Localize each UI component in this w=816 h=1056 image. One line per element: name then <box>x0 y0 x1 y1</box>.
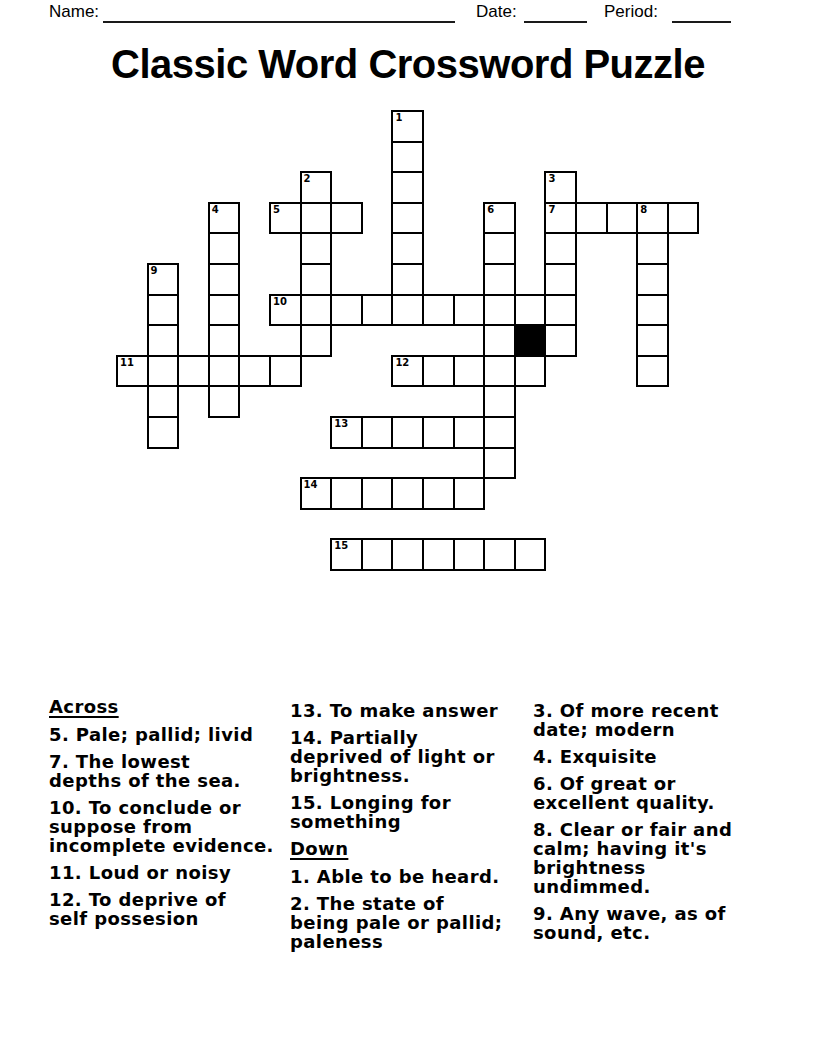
grid-cell-r4c3[interactable] <box>208 232 241 265</box>
grid-cell-r3c14[interactable]: 7 <box>544 202 577 235</box>
grid-cell-r8c13[interactable] <box>514 355 547 388</box>
period-label: Period: <box>604 2 658 22</box>
grid-cell-r14c8[interactable] <box>361 538 394 571</box>
grid-cell-r12c7[interactable] <box>330 477 363 510</box>
clue-number: 2. <box>290 893 310 914</box>
grid-cell-r6c11[interactable] <box>453 294 486 327</box>
grid-cell-r8c2[interactable] <box>177 355 210 388</box>
grid-cell-r8c10[interactable] <box>422 355 455 388</box>
down-clue-8: 8. Clear or fair and calm; having it's b… <box>533 820 770 896</box>
grid-cell-r7c17[interactable] <box>636 324 669 357</box>
grid-cell-r3c17[interactable]: 8 <box>636 202 669 235</box>
grid-cell-r6c17[interactable] <box>636 294 669 327</box>
grid-cell-r7c6[interactable] <box>300 324 333 357</box>
across-clue-10: 10. To conclude or suppose from incomple… <box>49 798 286 855</box>
grid-cell-r6c8[interactable] <box>361 294 394 327</box>
grid-cell-r6c7[interactable] <box>330 294 363 327</box>
down-clue-6: 6. Of great or excellent quality. <box>533 774 770 812</box>
grid-cell-r4c12[interactable] <box>483 232 516 265</box>
cell-number-1: 1 <box>395 112 402 124</box>
grid-cell-r10c11[interactable] <box>453 416 486 449</box>
clue-number: 15. <box>290 792 323 813</box>
cell-number-8: 8 <box>640 204 647 216</box>
grid-cell-r8c4[interactable] <box>238 355 271 388</box>
grid-cell-r3c7[interactable] <box>330 202 363 235</box>
grid-cell-r9c12[interactable] <box>483 385 516 418</box>
grid-cell-r5c14[interactable] <box>544 263 577 296</box>
grid-cell-r10c12[interactable] <box>483 416 516 449</box>
grid-cell-r3c5[interactable]: 5 <box>269 202 302 235</box>
grid-cell-r10c7[interactable]: 13 <box>330 416 363 449</box>
grid-cell-r3c12[interactable]: 6 <box>483 202 516 235</box>
grid-cell-r10c10[interactable] <box>422 416 455 449</box>
down-clue-2: 2. The state of being pale or pallid; pa… <box>290 894 527 951</box>
clue-text: Pale; pallid; livid <box>76 724 253 745</box>
grid-cell-r3c9[interactable] <box>391 202 424 235</box>
cell-number-11: 11 <box>120 357 134 369</box>
clue-number: 4. <box>533 746 553 767</box>
grid-cell-r14c12[interactable] <box>483 538 516 571</box>
clue-number: 7. <box>49 751 69 772</box>
cell-number-5: 5 <box>273 204 280 216</box>
clue-text: The state of being pale or pallid; palen… <box>290 893 502 952</box>
down-clue-1: 1. Able to be heard. <box>290 867 527 886</box>
grid-cell-r5c1[interactable]: 9 <box>147 263 180 296</box>
down-clue-3: 3. Of more recent date; modern <box>533 701 770 739</box>
grid-cell-r6c1[interactable] <box>147 294 180 327</box>
grid-cell-r9c3[interactable] <box>208 385 241 418</box>
grid-cell-r12c9[interactable] <box>391 477 424 510</box>
grid-cell-r14c11[interactable] <box>453 538 486 571</box>
grid-cell-r3c15[interactable] <box>575 202 608 235</box>
clue-number: 9. <box>533 903 553 924</box>
date-label: Date: <box>476 2 517 22</box>
across-clue-13: 13. To make answer <box>290 701 527 720</box>
grid-cell-r4c17[interactable] <box>636 232 669 265</box>
grid-cell-r7c1[interactable] <box>147 324 180 357</box>
cell-number-12: 12 <box>395 357 409 369</box>
crossword-grid: 123456789101112131415 <box>116 110 700 572</box>
grid-cell-r3c6[interactable] <box>300 202 333 235</box>
grid-cell-r11c12[interactable] <box>483 447 516 480</box>
grid-cell-r9c1[interactable] <box>147 385 180 418</box>
clue-number: 6. <box>533 773 553 794</box>
grid-cell-r14c10[interactable] <box>422 538 455 571</box>
grid-cell-r8c17[interactable] <box>636 355 669 388</box>
grid-cell-r3c16[interactable] <box>606 202 639 235</box>
across-clue-11: 11. Loud or noisy <box>49 863 286 882</box>
grid-cell-r2c9[interactable] <box>391 171 424 204</box>
grid-cell-r8c3[interactable] <box>208 355 241 388</box>
grid-cell-r10c1[interactable] <box>147 416 180 449</box>
date-line[interactable] <box>524 3 587 23</box>
grid-cell-r10c9[interactable] <box>391 416 424 449</box>
cell-number-14: 14 <box>304 479 318 491</box>
clue-number: 8. <box>533 819 553 840</box>
grid-cell-r6c5[interactable]: 10 <box>269 294 302 327</box>
clue-number: 13. <box>290 700 323 721</box>
clue-text: Exquisite <box>560 746 657 767</box>
grid-cell-r5c6[interactable] <box>300 263 333 296</box>
grid-cell-r4c9[interactable] <box>391 232 424 265</box>
clue-column-1: Across5. Pale; pallid; livid7. The lowes… <box>49 697 286 936</box>
clue-text: Of great or excellent quality. <box>533 773 715 813</box>
clue-column-2: 13. To make answer14. Partially deprived… <box>290 697 527 959</box>
grid-cell-r0c9[interactable]: 1 <box>391 110 424 143</box>
clue-number: 1. <box>290 866 310 887</box>
grid-cell-r6c9[interactable] <box>391 294 424 327</box>
grid-cell-r5c17[interactable] <box>636 263 669 296</box>
cell-number-10: 10 <box>273 296 287 308</box>
cell-number-3: 3 <box>548 173 555 185</box>
grid-cell-r5c3[interactable] <box>208 263 241 296</box>
grid-cell-r7c14[interactable] <box>544 324 577 357</box>
down-clue-4: 4. Exquisite <box>533 747 770 766</box>
page-title: Classic Word Crossword Puzzle <box>0 42 816 87</box>
clue-text: To conclude or suppose from incomplete e… <box>49 797 274 856</box>
cell-number-7: 7 <box>548 204 555 216</box>
clue-text: Able to be heard. <box>317 866 500 887</box>
worksheet-page: Name: Date: Period: Classic Word Crosswo… <box>0 0 816 1056</box>
clue-number: 12. <box>49 889 82 910</box>
grid-cell-r6c3[interactable] <box>208 294 241 327</box>
grid-cell-r7c3[interactable] <box>208 324 241 357</box>
name-line[interactable] <box>103 3 455 23</box>
grid-cell-r5c9[interactable] <box>391 263 424 296</box>
grid-cell-r8c12[interactable] <box>483 355 516 388</box>
grid-cell-r4c14[interactable] <box>544 232 577 265</box>
grid-cell-r2c14[interactable]: 3 <box>544 171 577 204</box>
grid-cell-r12c11[interactable] <box>453 477 486 510</box>
clue-text: Of more recent date; modern <box>533 700 719 740</box>
grid-cell-r6c12[interactable] <box>483 294 516 327</box>
grid-cell-r12c6[interactable]: 14 <box>300 477 333 510</box>
clue-number: 11. <box>49 862 82 883</box>
grid-cell-r6c6[interactable] <box>300 294 333 327</box>
grid-cell-r3c3[interactable]: 4 <box>208 202 241 235</box>
grid-cell-r2c6[interactable]: 2 <box>300 171 333 204</box>
clue-number: 5. <box>49 724 69 745</box>
grid-cell-r1c9[interactable] <box>391 141 424 174</box>
grid-cell-r12c8[interactable] <box>361 477 394 510</box>
grid-cell-r8c11[interactable] <box>453 355 486 388</box>
across-clue-7: 7. The lowest depths of the sea. <box>49 752 286 790</box>
grid-cell-r7c12[interactable] <box>483 324 516 357</box>
grid-cell-r14c9[interactable] <box>391 538 424 571</box>
grid-cell-r8c5[interactable] <box>269 355 302 388</box>
grid-cell-r6c14[interactable] <box>544 294 577 327</box>
across-clue-14: 14. Partially deprived of light or brigh… <box>290 728 527 785</box>
down-clue-9: 9. Any wave, as of sound, etc. <box>533 904 770 942</box>
black-cell-r7c13 <box>514 324 547 357</box>
grid-cell-r14c13[interactable] <box>514 538 547 571</box>
clue-text: Loud or noisy <box>89 862 231 883</box>
grid-cell-r8c1[interactable] <box>147 355 180 388</box>
grid-cell-r8c0[interactable]: 11 <box>116 355 149 388</box>
clue-column-3: 3. Of more recent date; modern4. Exquisi… <box>533 697 770 950</box>
grid-cell-r5c12[interactable] <box>483 263 516 296</box>
clue-text: Clear or fair and calm; having it's brig… <box>533 819 732 897</box>
cell-number-9: 9 <box>151 265 158 277</box>
cell-number-2: 2 <box>304 173 311 185</box>
grid-cell-r10c8[interactable] <box>361 416 394 449</box>
clue-text: Any wave, as of sound, etc. <box>533 903 726 943</box>
across-heading: Across <box>49 697 286 716</box>
cell-number-6: 6 <box>487 204 494 216</box>
grid-cell-r12c10[interactable] <box>422 477 455 510</box>
grid-cell-r14c7[interactable]: 15 <box>330 538 363 571</box>
cell-number-13: 13 <box>334 418 348 430</box>
cell-number-4: 4 <box>212 204 219 216</box>
across-clue-15: 15. Longing for something <box>290 793 527 831</box>
period-line[interactable] <box>672 3 731 23</box>
grid-cell-r3c18[interactable] <box>667 202 700 235</box>
clue-text: The lowest depths of the sea. <box>49 751 241 791</box>
clue-text: To make answer <box>330 700 498 721</box>
across-clue-5: 5. Pale; pallid; livid <box>49 725 286 744</box>
grid-cell-r4c6[interactable] <box>300 232 333 265</box>
clue-number: 3. <box>533 700 553 721</box>
clue-number: 10. <box>49 797 82 818</box>
across-clue-12: 12. To deprive of self possesion <box>49 890 286 928</box>
clue-number: 14. <box>290 727 323 748</box>
grid-cell-r6c13[interactable] <box>514 294 547 327</box>
down-heading: Down <box>290 839 527 858</box>
name-label: Name: <box>49 2 99 22</box>
cell-number-15: 15 <box>334 540 348 552</box>
grid-cell-r8c9[interactable]: 12 <box>391 355 424 388</box>
grid-cell-r6c10[interactable] <box>422 294 455 327</box>
